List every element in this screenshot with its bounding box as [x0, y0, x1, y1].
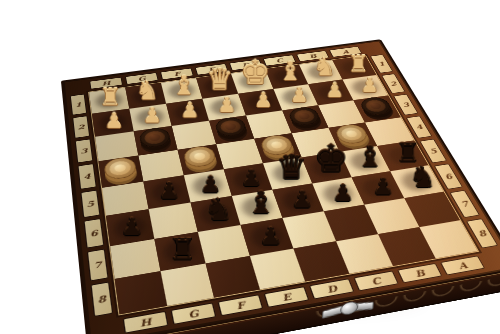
black-pawn-c6[interactable]: ♟ [333, 182, 354, 205]
black-king-c5[interactable]: ♚ [314, 140, 348, 178]
dark-checker-stack-c3[interactable] [287, 106, 323, 127]
white-pawn-f2[interactable]: ♟ [181, 100, 200, 121]
rank-label-3: 3 [75, 139, 94, 164]
clasp-left-wing [321, 305, 342, 319]
black-pawn-d6[interactable]: ♟ [292, 188, 313, 211]
file-label-d: D [309, 278, 355, 299]
square-d6[interactable]: ♟ [272, 183, 323, 218]
product-photo-stage: HGFEDCBA HGFEDCBA 12345678 12345678 ♜♞♝♛… [0, 0, 500, 334]
chess-board: HGFEDCBA HGFEDCBA 12345678 12345678 ♜♞♝♛… [61, 39, 500, 334]
black-pawn-b6[interactable]: ♟ [373, 176, 394, 199]
white-bishop-f1[interactable]: ♝ [172, 73, 196, 100]
file-label-c: C [353, 271, 399, 292]
rank-label-1: 1 [70, 94, 87, 116]
white-pawn-h2[interactable]: ♟ [105, 111, 124, 132]
black-pawn-h6[interactable]: ♟ [121, 215, 143, 239]
light-checker-stack-f4[interactable] [182, 145, 218, 169]
dark-checker-stack-e3[interactable] [213, 116, 248, 138]
rank-label-5: 5 [80, 190, 100, 218]
square-a7[interactable] [404, 192, 460, 227]
black-rook-g7[interactable]: ♜ [169, 235, 195, 264]
white-pawn-d2[interactable]: ♟ [254, 90, 272, 110]
square-d8[interactable] [293, 241, 349, 281]
metal-clasp-icon [321, 297, 374, 321]
square-h3[interactable] [95, 131, 138, 161]
file-label-e: E [264, 286, 310, 308]
black-pawn-g5[interactable]: ♟ [159, 180, 180, 203]
light-checker-stack-h4[interactable] [103, 156, 138, 181]
black-knight-a6[interactable]: ♞ [410, 163, 436, 192]
white-bishop-c1[interactable]: ♝ [278, 59, 301, 85]
white-pawn-e2[interactable]: ♟ [218, 95, 236, 116]
rank-label-6: 6 [434, 163, 463, 189]
square-h8[interactable] [115, 271, 168, 314]
white-pawn-b2[interactable]: ♟ [326, 81, 344, 101]
black-knight-f6[interactable]: ♞ [205, 195, 232, 225]
black-pawn-e7[interactable]: ♟ [260, 225, 282, 250]
white-rook-a1[interactable]: ♜ [348, 52, 369, 75]
square-e6[interactable]: ♝ [232, 190, 283, 225]
white-queen-e1[interactable]: ♛ [206, 64, 233, 94]
rank-label-8: 8 [90, 282, 113, 317]
square-g3[interactable] [134, 126, 178, 156]
square-g4[interactable] [138, 150, 184, 182]
dark-checker-stack-a3[interactable] [358, 96, 395, 117]
white-pawn-c2[interactable]: ♟ [290, 85, 308, 105]
dark-checker-stack-g3[interactable] [138, 126, 172, 149]
black-queen-d5[interactable]: ♛ [276, 150, 306, 184]
white-rook-h1[interactable]: ♜ [100, 85, 122, 109]
square-g8[interactable] [161, 263, 214, 305]
file-label-a: A [440, 255, 485, 275]
file-label-b: B [397, 263, 443, 283]
rank-label-6: 6 [84, 218, 105, 248]
white-pawn-g2[interactable]: ♟ [143, 105, 162, 126]
clasp-knob [339, 300, 358, 316]
black-bishop-e6[interactable]: ♝ [247, 187, 275, 218]
file-label-f: F [218, 294, 264, 316]
white-king-d1[interactable]: ♚ [240, 56, 270, 89]
rank-label-7: 7 [87, 249, 109, 282]
rank-label-4: 4 [78, 163, 97, 189]
square-h7[interactable] [110, 239, 160, 279]
square-a8[interactable] [419, 220, 477, 258]
file-label-h: H [123, 311, 169, 334]
rank-label-2: 2 [72, 116, 90, 139]
file-label-g: G [171, 302, 217, 324]
white-knight-b1[interactable]: ♞ [313, 55, 335, 80]
white-pawn-a2[interactable]: ♟ [361, 76, 379, 96]
black-bishop-b5[interactable]: ♝ [357, 142, 383, 171]
white-knight-g1[interactable]: ♞ [136, 78, 159, 104]
square-h6[interactable]: ♟ [106, 209, 154, 246]
